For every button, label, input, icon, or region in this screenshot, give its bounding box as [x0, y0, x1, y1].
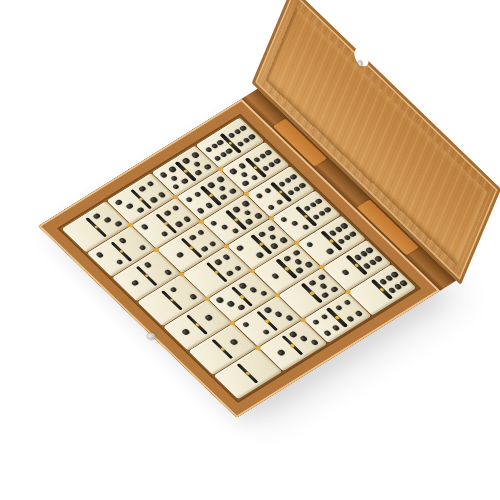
pip: [200, 246, 209, 253]
pip: [277, 349, 286, 356]
pip: [275, 199, 284, 206]
pip: [305, 261, 314, 268]
pip: [330, 286, 339, 293]
pip: [264, 188, 273, 195]
pip: [103, 216, 112, 223]
seam-glint: [154, 248, 158, 252]
seam-glint: [295, 241, 299, 245]
pip: [346, 315, 355, 322]
pip: [270, 243, 279, 250]
pip: [236, 245, 245, 252]
pip: [242, 321, 251, 328]
pip: [269, 234, 278, 241]
pip: [138, 186, 147, 193]
pip: [159, 172, 168, 179]
pip: [256, 252, 265, 259]
seam-glint: [224, 244, 228, 248]
pip: [323, 330, 332, 337]
pip: [131, 280, 140, 287]
pip: [274, 311, 283, 318]
pip: [229, 168, 238, 175]
pip: [193, 161, 202, 168]
pip: [238, 162, 247, 169]
pip: [215, 297, 224, 304]
pip: [296, 267, 305, 274]
pip: [225, 270, 234, 277]
pip: [169, 286, 178, 293]
pip: [194, 191, 203, 198]
pip: [172, 205, 181, 212]
domino-box: [38, 25, 500, 420]
pip: [283, 255, 292, 262]
pip: [220, 194, 229, 201]
product-photo-background: [0, 0, 500, 500]
pip: [241, 180, 250, 187]
pip: [116, 259, 125, 266]
pip: [144, 262, 153, 269]
pip: [237, 304, 246, 311]
pip: [175, 221, 184, 228]
pip: [260, 290, 269, 297]
pip: [311, 339, 320, 346]
pip: [267, 204, 276, 211]
pip: [341, 269, 350, 276]
pip: [332, 324, 341, 331]
pip: [292, 249, 301, 256]
pip: [285, 314, 294, 321]
pip: [280, 216, 289, 223]
pip: [320, 313, 329, 320]
pip: [231, 227, 240, 234]
seam-glint: [345, 290, 349, 294]
pip: [242, 201, 251, 208]
seam-glint: [179, 272, 183, 276]
pip: [290, 220, 299, 227]
pip: [158, 191, 167, 198]
pip: [306, 241, 315, 248]
seam-glint: [205, 297, 209, 301]
pip: [343, 299, 352, 306]
pip: [210, 220, 219, 227]
pip: [125, 203, 134, 210]
pip: [255, 193, 264, 200]
pip: [203, 164, 212, 171]
pip: [171, 184, 180, 191]
pip: [271, 273, 280, 280]
seam-glint: [129, 223, 133, 227]
pip: [168, 166, 177, 173]
pip: [182, 157, 191, 164]
pip: [149, 197, 158, 204]
pip: [262, 329, 271, 336]
pip: [92, 213, 101, 220]
pip: [114, 220, 123, 227]
seam-glint: [269, 216, 273, 220]
pip: [189, 293, 198, 300]
pip: [233, 206, 242, 213]
pip: [254, 213, 263, 220]
pip: [234, 265, 243, 272]
pip: [216, 176, 225, 183]
pip: [321, 292, 330, 299]
pip: [118, 237, 127, 244]
seam-glint: [244, 192, 248, 196]
pip: [182, 328, 191, 335]
pip: [170, 175, 179, 182]
pip: [181, 178, 190, 185]
pip: [96, 252, 105, 259]
pip: [183, 216, 192, 223]
pip: [209, 240, 218, 247]
pip: [312, 319, 321, 326]
pip: [289, 331, 298, 338]
pip: [226, 301, 235, 308]
pip: [207, 182, 216, 189]
seam-glint: [256, 346, 260, 350]
pip: [140, 224, 149, 231]
pip: [197, 229, 206, 236]
pip: [204, 314, 213, 321]
pip: [238, 282, 247, 289]
seam-glint: [320, 265, 324, 269]
pip: [294, 258, 303, 265]
pip: [222, 254, 231, 261]
pip: [335, 304, 344, 311]
pip: [136, 207, 145, 214]
pip: [301, 224, 310, 231]
pip: [185, 196, 194, 203]
pip: [229, 188, 238, 195]
pip: [218, 185, 227, 192]
pip: [326, 248, 335, 255]
pip: [319, 283, 328, 290]
pip: [249, 286, 258, 293]
pip: [191, 152, 200, 159]
seam-glint: [275, 293, 279, 297]
pip: [214, 259, 223, 266]
pip: [267, 225, 276, 232]
pip: [164, 269, 173, 276]
pip: [146, 180, 155, 187]
pip: [318, 274, 327, 281]
pip: [189, 234, 198, 241]
pip: [240, 171, 249, 178]
pip: [197, 207, 206, 214]
pip: [139, 244, 148, 251]
pip: [194, 169, 203, 176]
pip: [230, 339, 239, 346]
pip: [354, 310, 363, 317]
pip: [160, 231, 169, 238]
pip: [258, 231, 267, 238]
pip: [176, 252, 185, 259]
seam-glint: [218, 167, 222, 171]
pip: [163, 210, 172, 217]
pip: [300, 335, 309, 342]
pip: [279, 237, 288, 244]
seam-glint: [230, 321, 234, 325]
seam-glint: [250, 269, 254, 273]
tray-screw-stud: [146, 332, 157, 341]
pip: [220, 224, 229, 231]
seam-glint: [199, 220, 203, 224]
pip: [205, 202, 214, 209]
pip: [264, 307, 273, 314]
pip: [243, 209, 252, 216]
pip: [251, 174, 260, 181]
pip: [114, 199, 123, 206]
pip: [308, 280, 317, 287]
pip: [245, 218, 254, 225]
seam-glint: [301, 318, 305, 322]
seam-glint: [173, 195, 177, 199]
